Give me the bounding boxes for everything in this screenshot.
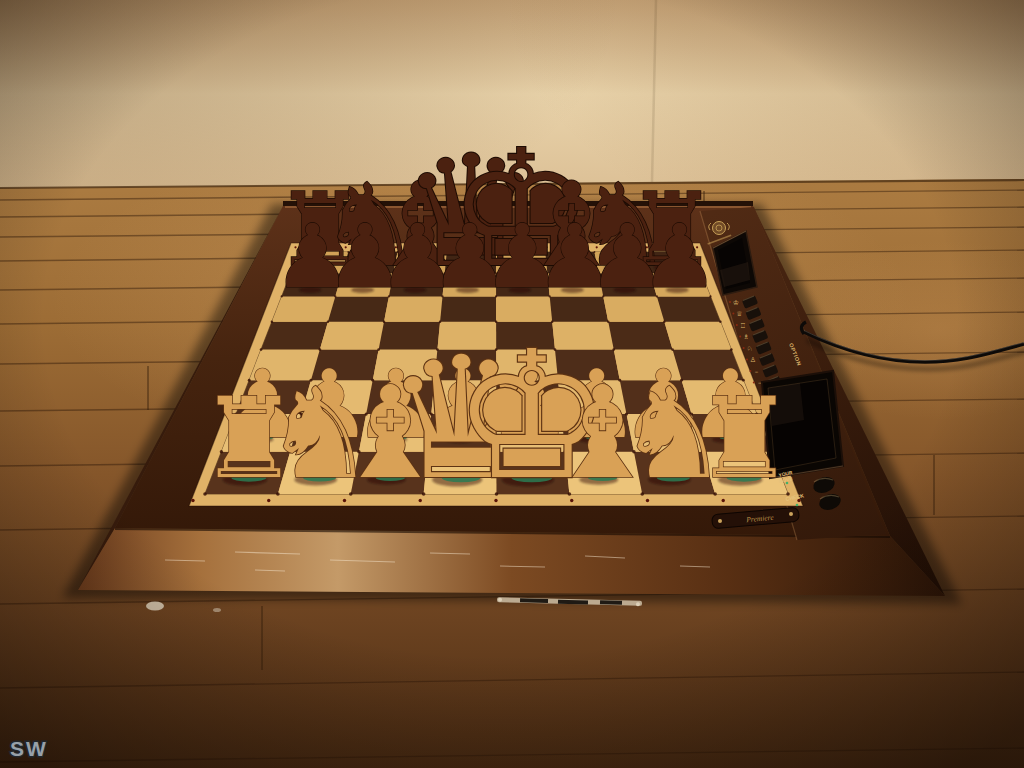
photo-scene: ♔♕♖♗♘♙–– OPTION YOUR MOVE CHECK Premiere xyxy=(0,0,1024,768)
scene-svg: ♔♕♖♗♘♙–– OPTION YOUR MOVE CHECK Premiere xyxy=(0,0,1024,768)
vignette xyxy=(0,0,1024,768)
watermark: SW xyxy=(10,737,48,760)
